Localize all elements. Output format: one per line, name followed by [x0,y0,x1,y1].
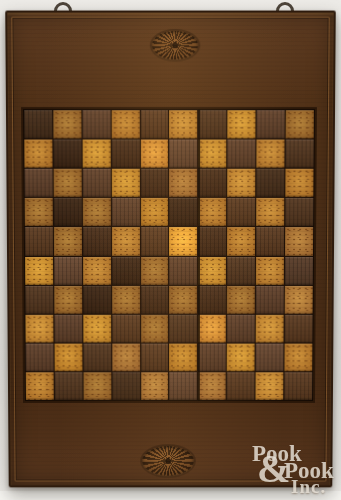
square-r7c3 [83,286,111,314]
square-r5c3 [83,227,111,255]
square-r5c9 [256,227,284,255]
carved-rosette-top-icon [152,31,198,60]
square-r3c10 [285,169,313,197]
square-r7c10 [285,286,313,314]
square-r6c5 [141,256,169,284]
square-r1c5 [140,110,168,138]
square-r8c5 [141,314,169,342]
square-r6c6 [169,256,197,284]
square-r3c2 [53,169,81,197]
square-r8c8 [227,314,255,342]
square-r10c7 [198,372,226,400]
square-r3c4 [111,169,139,197]
square-r9c3 [83,343,111,371]
square-r3c8 [227,169,255,197]
square-r9c2 [54,343,82,371]
square-r1c2 [53,110,81,138]
square-r9c6 [169,343,197,371]
square-r7c2 [54,286,82,314]
square-r4c10 [285,198,313,226]
square-r3c1 [24,169,52,197]
square-r10c8 [227,372,255,400]
square-r2c10 [286,140,314,168]
square-r1c1 [24,110,52,138]
square-r4c8 [227,198,255,226]
square-r3c5 [140,169,168,197]
square-r10c6 [169,372,197,400]
checker-field [23,109,315,401]
square-r10c2 [55,372,83,400]
square-r2c4 [111,140,139,168]
square-r6c7 [198,256,226,284]
square-r3c3 [82,169,110,197]
square-r6c1 [25,256,53,284]
square-r1c8 [228,110,256,138]
square-r5c5 [141,227,169,255]
photo-backdrop: Pook & Pook Inc. [0,0,341,500]
square-r3c6 [169,169,197,197]
square-r7c7 [198,286,226,314]
square-r10c5 [141,372,169,400]
square-r5c6 [169,227,197,255]
square-r2c8 [228,140,256,168]
square-r6c3 [83,256,111,284]
square-r7c6 [169,286,197,314]
square-r8c1 [25,314,53,342]
square-r1c6 [169,110,197,138]
square-r1c10 [286,110,314,138]
square-r2c2 [53,140,81,168]
square-r6c2 [54,256,82,284]
square-r1c4 [111,110,139,138]
square-r8c3 [83,314,111,342]
square-r8c7 [198,314,226,342]
square-r5c4 [112,227,140,255]
square-r4c9 [256,198,284,226]
square-r5c10 [285,227,313,255]
square-r8c9 [256,314,284,342]
square-r5c2 [54,227,82,255]
square-r6c9 [256,256,284,284]
square-r4c6 [169,198,197,226]
square-r4c1 [25,198,53,226]
square-r10c4 [112,372,140,400]
square-r5c7 [198,227,226,255]
square-r7c4 [112,286,140,314]
square-r2c3 [82,140,110,168]
backdrop-floor-strip [0,491,341,500]
square-r9c7 [198,343,226,371]
square-r2c9 [257,140,285,168]
square-r4c4 [112,198,140,226]
square-r2c7 [198,140,226,168]
square-r4c2 [54,198,82,226]
square-r8c2 [54,314,82,342]
square-r8c6 [169,314,197,342]
square-r9c5 [141,343,169,371]
square-r2c6 [169,140,197,168]
square-r8c10 [285,314,313,342]
square-r1c3 [82,110,110,138]
square-r4c7 [198,198,226,226]
square-r6c8 [227,256,255,284]
square-r5c8 [227,227,255,255]
carved-rosette-bottom-icon [142,446,194,475]
square-r9c1 [26,343,54,371]
square-r10c9 [256,372,284,400]
square-r1c9 [257,110,285,138]
square-r10c1 [26,372,54,400]
square-r4c5 [141,198,169,226]
square-r10c3 [83,372,111,400]
square-r9c10 [284,343,312,371]
board-joint-seam [198,109,200,401]
square-r6c10 [285,256,313,284]
square-r9c8 [227,343,255,371]
square-r9c4 [112,343,140,371]
square-r5c1 [25,227,53,255]
square-r7c9 [256,286,284,314]
square-r9c9 [256,343,284,371]
square-r10c10 [284,372,312,400]
square-r3c7 [198,169,226,197]
checkerboard [5,11,336,488]
square-r7c5 [141,286,169,314]
square-r8c4 [112,314,140,342]
square-r2c1 [24,140,52,168]
square-r6c4 [112,256,140,284]
square-r3c9 [256,169,284,197]
square-r7c8 [227,286,255,314]
square-r1c7 [199,110,227,138]
square-r2c5 [140,140,168,168]
square-r4c3 [83,198,111,226]
square-r7c1 [25,286,53,314]
